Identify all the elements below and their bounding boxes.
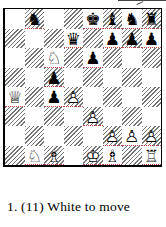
square-c6[interactable]: ♞♘ xyxy=(44,48,64,68)
square-e7[interactable] xyxy=(83,29,103,49)
piece-black-pawn: ♟ xyxy=(122,29,142,49)
piece-black-queen: ♛ xyxy=(64,29,84,49)
square-b5[interactable] xyxy=(25,68,45,88)
piece-white-pawn: ♟♙ xyxy=(142,126,162,146)
square-c2[interactable] xyxy=(44,126,64,146)
square-d2[interactable] xyxy=(64,126,84,146)
square-e6[interactable]: ♟ xyxy=(83,48,103,68)
square-g4[interactable] xyxy=(122,87,142,107)
piece-white-bishop: ♝♗ xyxy=(103,146,123,166)
piece-white-pawn: ♟♙ xyxy=(64,87,84,107)
piece-black-pawn: ♟ xyxy=(103,29,123,49)
square-e5[interactable] xyxy=(83,68,103,88)
square-d6[interactable] xyxy=(64,48,84,68)
square-g6[interactable] xyxy=(122,48,142,68)
square-b4[interactable] xyxy=(25,87,45,107)
cropped-text-artifact-tick xyxy=(135,0,143,5)
square-f7[interactable]: ♟ xyxy=(103,29,123,49)
piece-black-pawn: ♟ xyxy=(83,48,103,68)
square-f5[interactable] xyxy=(103,68,123,88)
square-h6[interactable] xyxy=(142,48,162,68)
square-b8[interactable]: ♞ xyxy=(25,9,45,29)
diagram-caption: 1. (11) White to move xyxy=(7,199,130,215)
square-b7[interactable] xyxy=(25,29,45,49)
chess-board: ♞♚♝♞♜♛♟♟♟♞♘♟♟♛♕♟♟♙♟♙♟♙♟♙♟♙♞♘♝♗♚♔♝♗♜♖ xyxy=(3,8,162,167)
square-h5[interactable] xyxy=(142,68,162,88)
square-h3[interactable] xyxy=(142,107,162,127)
square-f3[interactable] xyxy=(103,107,123,127)
square-d8[interactable] xyxy=(64,9,84,29)
square-h8[interactable]: ♜ xyxy=(142,9,162,29)
square-b3[interactable] xyxy=(25,107,45,127)
square-e1[interactable]: ♚♔ xyxy=(83,146,103,166)
square-g2[interactable]: ♟♙ xyxy=(122,126,142,146)
square-f8[interactable]: ♝ xyxy=(103,9,123,29)
piece-white-bishop: ♝♗ xyxy=(44,146,64,166)
square-f4[interactable] xyxy=(103,87,123,107)
square-f6[interactable] xyxy=(103,48,123,68)
piece-white-queen: ♛♕ xyxy=(5,87,25,107)
square-a5[interactable] xyxy=(5,68,25,88)
square-g3[interactable] xyxy=(122,107,142,127)
square-d3[interactable] xyxy=(64,107,84,127)
square-e2[interactable] xyxy=(83,126,103,146)
piece-black-pawn: ♟ xyxy=(142,29,162,49)
piece-black-knight: ♞ xyxy=(122,9,142,29)
square-g1[interactable] xyxy=(122,146,142,166)
square-c4[interactable]: ♟ xyxy=(44,87,64,107)
square-c1[interactable]: ♝♗ xyxy=(44,146,64,166)
piece-black-rook: ♜ xyxy=(142,9,162,29)
square-f2[interactable]: ♟♙ xyxy=(103,126,123,146)
square-c8[interactable] xyxy=(44,9,64,29)
square-a8[interactable] xyxy=(5,9,25,29)
square-c7[interactable] xyxy=(44,29,64,49)
square-a2[interactable] xyxy=(5,126,25,146)
piece-white-pawn: ♟♙ xyxy=(122,126,142,146)
piece-black-pawn: ♟ xyxy=(44,68,64,88)
square-a3[interactable] xyxy=(5,107,25,127)
piece-white-knight: ♞♘ xyxy=(44,48,64,68)
square-e3[interactable]: ♟♙ xyxy=(83,107,103,127)
piece-black-knight: ♞ xyxy=(25,9,45,29)
square-f1[interactable]: ♝♗ xyxy=(103,146,123,166)
square-a7[interactable] xyxy=(5,29,25,49)
piece-white-rook: ♜♖ xyxy=(142,146,162,166)
square-b6[interactable] xyxy=(25,48,45,68)
piece-white-pawn: ♟♙ xyxy=(103,126,123,146)
square-e4[interactable] xyxy=(83,87,103,107)
square-h4[interactable] xyxy=(142,87,162,107)
square-a4[interactable]: ♛♕ xyxy=(5,87,25,107)
square-g8[interactable]: ♞ xyxy=(122,9,142,29)
piece-black-bishop: ♝ xyxy=(103,9,123,29)
piece-white-pawn: ♟♙ xyxy=(83,107,103,127)
square-b2[interactable] xyxy=(25,126,45,146)
square-d7[interactable]: ♛ xyxy=(64,29,84,49)
square-h2[interactable]: ♟♙ xyxy=(142,126,162,146)
piece-white-king: ♚♔ xyxy=(83,146,103,166)
scanned-page: ♞♚♝♞♜♛♟♟♟♞♘♟♟♛♕♟♟♙♟♙♟♙♟♙♟♙♞♘♝♗♚♔♝♗♜♖ 1. … xyxy=(0,0,166,227)
piece-black-pawn: ♟ xyxy=(44,87,64,107)
piece-black-king: ♚ xyxy=(83,9,103,29)
square-h1[interactable]: ♜♖ xyxy=(142,146,162,166)
square-e8[interactable]: ♚ xyxy=(83,9,103,29)
piece-white-knight: ♞♘ xyxy=(25,146,45,166)
square-g7[interactable]: ♟ xyxy=(122,29,142,49)
square-d5[interactable] xyxy=(64,68,84,88)
square-g5[interactable] xyxy=(122,68,142,88)
square-c3[interactable] xyxy=(44,107,64,127)
square-d4[interactable]: ♟♙ xyxy=(64,87,84,107)
square-h7[interactable]: ♟ xyxy=(142,29,162,49)
square-a1[interactable] xyxy=(5,146,25,166)
square-b1[interactable]: ♞♘ xyxy=(25,146,45,166)
square-a6[interactable] xyxy=(5,48,25,68)
square-d1[interactable] xyxy=(64,146,84,166)
square-c5[interactable]: ♟ xyxy=(44,68,64,88)
